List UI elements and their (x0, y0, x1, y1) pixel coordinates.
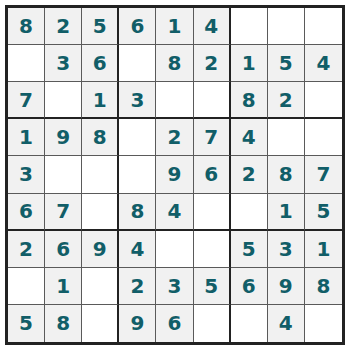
cell-r5c8[interactable]: 8 (268, 156, 305, 193)
cell-r3c3[interactable]: 1 (82, 82, 119, 119)
cell-r7c2[interactable]: 6 (45, 231, 82, 268)
cell-r8c7[interactable]: 6 (231, 268, 268, 305)
cell-r8c8[interactable]: 9 (268, 268, 305, 305)
cell-r2c2[interactable]: 3 (45, 45, 82, 82)
cell-r3c9[interactable] (305, 82, 342, 119)
cell-r8c4[interactable]: 2 (119, 268, 156, 305)
cell-r6c4[interactable]: 8 (119, 194, 156, 231)
cell-r6c8[interactable]: 1 (268, 194, 305, 231)
cell-r7c4[interactable]: 4 (119, 231, 156, 268)
cell-r3c8[interactable]: 2 (268, 82, 305, 119)
cell-r9c4[interactable]: 9 (119, 305, 156, 342)
cell-r7c5[interactable] (156, 231, 193, 268)
cell-r3c4[interactable]: 3 (119, 82, 156, 119)
cell-r8c6[interactable]: 5 (194, 268, 231, 305)
cell-r1c2[interactable]: 2 (45, 8, 82, 45)
cell-r5c7[interactable]: 2 (231, 156, 268, 193)
cell-r9c3[interactable] (82, 305, 119, 342)
cell-r4c2[interactable]: 9 (45, 119, 82, 156)
cell-r8c3[interactable] (82, 268, 119, 305)
cell-r7c1[interactable]: 2 (8, 231, 45, 268)
cell-r9c5[interactable]: 6 (156, 305, 193, 342)
cell-r4c5[interactable]: 2 (156, 119, 193, 156)
cell-r6c1[interactable]: 6 (8, 194, 45, 231)
cell-r4c3[interactable]: 8 (82, 119, 119, 156)
cell-r1c7[interactable] (231, 8, 268, 45)
cell-r6c2[interactable]: 7 (45, 194, 82, 231)
cell-r5c9[interactable]: 7 (305, 156, 342, 193)
cell-r3c6[interactable] (194, 82, 231, 119)
cell-r6c3[interactable] (82, 194, 119, 231)
cell-r6c7[interactable] (231, 194, 268, 231)
cell-r2c4[interactable] (119, 45, 156, 82)
cell-r7c3[interactable]: 9 (82, 231, 119, 268)
cell-r2c7[interactable]: 1 (231, 45, 268, 82)
cell-r8c9[interactable]: 8 (305, 268, 342, 305)
cell-r4c8[interactable] (268, 119, 305, 156)
cell-r5c3[interactable] (82, 156, 119, 193)
sudoku-board: 8256143682154713821982743962876784152694… (5, 5, 345, 345)
cell-r6c9[interactable]: 5 (305, 194, 342, 231)
cell-r2c9[interactable]: 4 (305, 45, 342, 82)
cell-r5c5[interactable]: 9 (156, 156, 193, 193)
cell-r2c3[interactable]: 6 (82, 45, 119, 82)
cell-r9c7[interactable] (231, 305, 268, 342)
cell-r1c5[interactable]: 1 (156, 8, 193, 45)
cell-r1c8[interactable] (268, 8, 305, 45)
cell-r1c3[interactable]: 5 (82, 8, 119, 45)
cell-r2c1[interactable] (8, 45, 45, 82)
cell-r9c1[interactable]: 5 (8, 305, 45, 342)
cell-r7c9[interactable]: 1 (305, 231, 342, 268)
cell-r1c1[interactable]: 8 (8, 8, 45, 45)
cell-r3c2[interactable] (45, 82, 82, 119)
cell-r4c9[interactable] (305, 119, 342, 156)
cell-r9c2[interactable]: 8 (45, 305, 82, 342)
cell-r9c8[interactable]: 4 (268, 305, 305, 342)
cell-r5c6[interactable]: 6 (194, 156, 231, 193)
cell-r9c9[interactable] (305, 305, 342, 342)
cell-r7c6[interactable] (194, 231, 231, 268)
cell-r5c2[interactable] (45, 156, 82, 193)
cell-r2c8[interactable]: 5 (268, 45, 305, 82)
cell-r6c5[interactable]: 4 (156, 194, 193, 231)
cell-r4c6[interactable]: 7 (194, 119, 231, 156)
cell-r5c1[interactable]: 3 (8, 156, 45, 193)
cell-r1c4[interactable]: 6 (119, 8, 156, 45)
cell-r4c7[interactable]: 4 (231, 119, 268, 156)
cell-r8c2[interactable]: 1 (45, 268, 82, 305)
cell-r3c5[interactable] (156, 82, 193, 119)
cell-r4c4[interactable] (119, 119, 156, 156)
cell-r9c6[interactable] (194, 305, 231, 342)
cell-r2c6[interactable]: 2 (194, 45, 231, 82)
cell-r1c9[interactable] (305, 8, 342, 45)
cell-r6c6[interactable] (194, 194, 231, 231)
cell-r3c7[interactable]: 8 (231, 82, 268, 119)
cell-r1c6[interactable]: 4 (194, 8, 231, 45)
cell-r8c5[interactable]: 3 (156, 268, 193, 305)
cell-r8c1[interactable] (8, 268, 45, 305)
cell-r3c1[interactable]: 7 (8, 82, 45, 119)
cell-r7c7[interactable]: 5 (231, 231, 268, 268)
cell-r2c5[interactable]: 8 (156, 45, 193, 82)
cell-r7c8[interactable]: 3 (268, 231, 305, 268)
cell-r4c1[interactable]: 1 (8, 119, 45, 156)
page: 8256143682154713821982743962876784152694… (0, 0, 350, 350)
cell-r5c4[interactable] (119, 156, 156, 193)
